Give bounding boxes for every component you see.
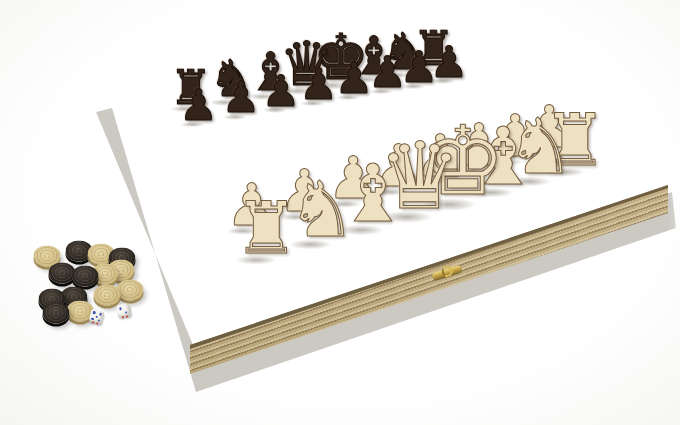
accessories-layer xyxy=(0,0,680,425)
checker-black[interactable] xyxy=(72,266,99,287)
checker-black[interactable] xyxy=(43,303,70,324)
die-pip xyxy=(99,312,102,315)
die-pip xyxy=(91,317,94,320)
die-2[interactable] xyxy=(116,303,131,318)
product-photo-scene: ABCDEFGH8877665544332211 ♜♞♝♛♚♝♞♜♟♟♟♟♟♟♟… xyxy=(0,0,680,425)
die-pip xyxy=(125,311,128,314)
die-side-pip xyxy=(121,316,123,318)
die-1[interactable] xyxy=(88,308,104,324)
die-pip xyxy=(97,319,100,322)
die-side-pip xyxy=(95,322,97,324)
checker-light[interactable] xyxy=(94,285,121,306)
die-side-pip xyxy=(125,315,127,317)
die-pip xyxy=(119,307,122,310)
die-pip xyxy=(92,311,95,314)
die-side-pip xyxy=(92,321,94,323)
checker-light[interactable] xyxy=(117,280,144,301)
die-pip xyxy=(95,315,98,318)
